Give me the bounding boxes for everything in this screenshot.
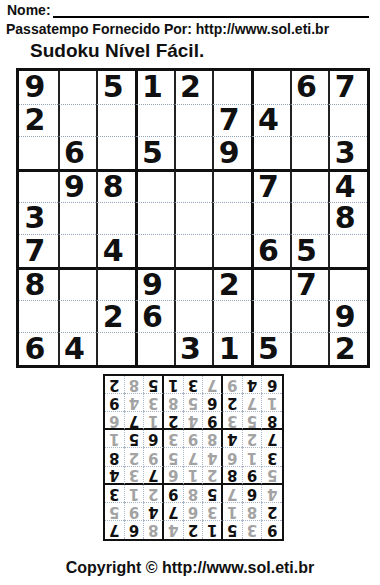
puzzle-cell-r9c3 (96, 332, 135, 365)
solution-cell-r6c1: 7 (262, 430, 282, 448)
solution-cell-r1c2: 3 (243, 521, 263, 539)
solution-cell-r7c9: 6 (105, 412, 125, 430)
provider-line: Passatempo Fornecido Por: http://www.sol… (6, 21, 329, 37)
puzzle-cell-r7c5 (174, 267, 213, 300)
solution-cell-r6c4: 8 (203, 430, 223, 448)
puzzle-cell-r4c5 (174, 169, 213, 202)
puzzle-cell-r8c1 (19, 300, 58, 333)
puzzle-cell-r8c6 (212, 300, 251, 333)
solution-cell-r2c8: 9 (125, 503, 145, 521)
solution-cell-r3c7: 2 (144, 485, 164, 503)
solution-cell-r9c3: 9 (223, 376, 243, 394)
puzzle-cell-r3c6: 9 (212, 136, 251, 169)
solution-cell-r7c6: 2 (164, 412, 184, 430)
solution-cell-r4c4: 2 (203, 467, 223, 485)
solution-cell-r6c5: 9 (184, 430, 204, 448)
solution-cell-r5c9: 8 (105, 448, 125, 466)
puzzle-cell-r3c9: 3 (328, 136, 367, 169)
solution-cell-r2c5: 6 (184, 503, 204, 521)
solution-cell-r2c2: 8 (243, 503, 263, 521)
solution-cell-r7c8: 7 (125, 412, 145, 430)
puzzle-cell-r3c1 (19, 136, 58, 169)
solution-cell-r1c1: 9 (262, 521, 282, 539)
name-fill-line (53, 2, 369, 18)
puzzle-cell-r4c8 (290, 169, 329, 202)
solution-cell-r5c3: 6 (223, 448, 243, 466)
puzzle-cell-r8c7 (251, 300, 290, 333)
puzzle-cell-r5c6 (212, 202, 251, 235)
page-title: Sudoku Nível Fácil. (30, 40, 204, 62)
puzzle-cell-r1c5: 2 (174, 71, 213, 104)
puzzle-cell-r5c2 (58, 202, 97, 235)
solution-cell-r2c7: 4 (144, 503, 164, 521)
solution-cell-r4c9: 4 (105, 467, 125, 485)
solution-cell-r5c7: 9 (144, 448, 164, 466)
puzzle-cell-r7c2 (58, 267, 97, 300)
solution-cell-r1c8: 6 (125, 521, 145, 539)
solution-cell-r2c1: 2 (262, 503, 282, 521)
solution-cell-r6c9: 1 (105, 430, 125, 448)
solution-cell-r8c9: 9 (105, 394, 125, 412)
puzzle-cell-r7c6: 2 (212, 267, 251, 300)
puzzle-cell-r8c2 (58, 300, 97, 333)
solution-cell-r6c6: 3 (164, 430, 184, 448)
solution-cell-r4c7: 7 (144, 467, 164, 485)
puzzle-cell-r5c4 (135, 202, 174, 235)
solution-cell-r3c1: 4 (262, 485, 282, 503)
solution-cell-r7c2: 5 (243, 412, 263, 430)
puzzle-cell-r4c6 (212, 169, 251, 202)
solution-cell-r3c9: 3 (105, 485, 125, 503)
solution-cell-r1c5: 2 (184, 521, 204, 539)
puzzle-cell-r8c9: 9 (328, 300, 367, 333)
solution-cell-r9c1: 6 (262, 376, 282, 394)
puzzle-cell-r1c3: 5 (96, 71, 135, 104)
solution-cell-r6c8: 5 (125, 430, 145, 448)
puzzle-cell-r7c1: 8 (19, 267, 58, 300)
sudoku-solution-grid-rotated: 9351248672813674954675892135982167343164… (103, 374, 284, 541)
puzzle-cell-r8c8 (290, 300, 329, 333)
puzzle-cell-r6c5 (174, 234, 213, 267)
solution-cell-r4c3: 8 (223, 467, 243, 485)
solution-cell-r6c3: 4 (223, 430, 243, 448)
puzzle-cell-r3c4: 5 (135, 136, 174, 169)
solution-cell-r8c1: 1 (262, 394, 282, 412)
puzzle-cell-r2c9 (328, 104, 367, 137)
puzzle-cell-r7c7 (251, 267, 290, 300)
puzzle-cell-r2c8 (290, 104, 329, 137)
puzzle-cell-r9c5: 3 (174, 332, 213, 365)
puzzle-cell-r2c7: 4 (251, 104, 290, 137)
puzzle-cell-r8c4: 6 (135, 300, 174, 333)
solution-cell-r2c3: 1 (223, 503, 243, 521)
solution-cell-r2c4: 3 (203, 503, 223, 521)
solution-cell-r7c3: 3 (223, 412, 243, 430)
solution-cell-r8c3: 2 (223, 394, 243, 412)
puzzle-cell-r6c2 (58, 234, 97, 267)
solution-cell-r8c2: 7 (243, 394, 263, 412)
solution-cell-r1c6: 4 (164, 521, 184, 539)
solution-cell-r9c9: 2 (105, 376, 125, 394)
solution-cell-r5c8: 2 (125, 448, 145, 466)
puzzle-cell-r6c4 (135, 234, 174, 267)
solution-cell-r4c2: 9 (243, 467, 263, 485)
puzzle-cell-r5c5 (174, 202, 213, 235)
puzzle-cell-r4c7: 7 (251, 169, 290, 202)
puzzle-cell-r7c9 (328, 267, 367, 300)
puzzle-cell-r2c3 (96, 104, 135, 137)
puzzle-cell-r3c8 (290, 136, 329, 169)
puzzle-cell-r1c8: 6 (290, 71, 329, 104)
solution-cell-r1c3: 5 (223, 521, 243, 539)
puzzle-cell-r5c9: 8 (328, 202, 367, 235)
solution-cell-r9c6: 1 (164, 376, 184, 394)
solution-cell-r7c5: 4 (184, 412, 204, 430)
solution-cell-r3c3: 7 (223, 485, 243, 503)
puzzle-cell-r7c4: 9 (135, 267, 174, 300)
puzzle-cell-r9c4 (135, 332, 174, 365)
solution-cell-r8c5: 5 (184, 394, 204, 412)
solution-cell-r9c7: 5 (144, 376, 164, 394)
puzzle-cell-r6c1: 7 (19, 234, 58, 267)
solution-cell-r8c7: 3 (144, 394, 164, 412)
puzzle-cell-r3c3 (96, 136, 135, 169)
puzzle-cell-r6c7: 6 (251, 234, 290, 267)
puzzle-cell-r6c8: 5 (290, 234, 329, 267)
solution-cell-r6c7: 6 (144, 430, 164, 448)
puzzle-cell-r1c2 (58, 71, 97, 104)
sudoku-puzzle-grid: 951267274659398743874658927269643152 (16, 68, 370, 368)
puzzle-cell-r1c7 (251, 71, 290, 104)
solution-cell-r9c8: 8 (125, 376, 145, 394)
solution-cell-r9c5: 3 (184, 376, 204, 394)
solution-cell-r7c7: 1 (144, 412, 164, 430)
solution-cell-r6c2: 2 (243, 430, 263, 448)
puzzle-cell-r4c4 (135, 169, 174, 202)
solution-cell-r3c5: 8 (184, 485, 204, 503)
solution-cell-r1c7: 8 (144, 521, 164, 539)
solution-cell-r9c2: 4 (243, 376, 263, 394)
name-label: Nome: (7, 2, 51, 18)
solution-cell-r8c4: 6 (203, 394, 223, 412)
puzzle-cell-r1c4: 1 (135, 71, 174, 104)
solution-cell-r7c1: 8 (262, 412, 282, 430)
puzzle-cell-r4c3: 8 (96, 169, 135, 202)
puzzle-cell-r4c2: 9 (58, 169, 97, 202)
puzzle-cell-r8c3: 2 (96, 300, 135, 333)
puzzle-cell-r2c4 (135, 104, 174, 137)
solution-cell-r4c1: 5 (262, 467, 282, 485)
puzzle-cell-r4c1 (19, 169, 58, 202)
puzzle-cell-r4c9: 4 (328, 169, 367, 202)
solution-cell-r4c5: 1 (184, 467, 204, 485)
puzzle-cell-r1c6 (212, 71, 251, 104)
name-row: Nome: (7, 2, 369, 18)
puzzle-cell-r6c6 (212, 234, 251, 267)
puzzle-cell-r7c3 (96, 267, 135, 300)
puzzle-cell-r8c5 (174, 300, 213, 333)
puzzle-cell-r5c8 (290, 202, 329, 235)
puzzle-cell-r3c7 (251, 136, 290, 169)
sudoku-worksheet-page: Nome: Passatempo Fornecido Por: http://w… (0, 0, 380, 585)
solution-cell-r3c2: 6 (243, 485, 263, 503)
puzzle-cell-r9c9: 2 (328, 332, 367, 365)
puzzle-cell-r3c2: 6 (58, 136, 97, 169)
puzzle-cell-r9c7: 5 (251, 332, 290, 365)
puzzle-cell-r9c6: 1 (212, 332, 251, 365)
solution-cell-r4c6: 6 (164, 467, 184, 485)
solution-cell-r8c6: 8 (164, 394, 184, 412)
solution-cell-r8c8: 4 (125, 394, 145, 412)
solution-cell-r5c1: 3 (262, 448, 282, 466)
solution-cell-r4c8: 3 (125, 467, 145, 485)
solution-cell-r3c4: 5 (203, 485, 223, 503)
puzzle-cell-r5c1: 3 (19, 202, 58, 235)
solution-cell-r5c4: 4 (203, 448, 223, 466)
solution-cell-r3c8: 1 (125, 485, 145, 503)
puzzle-cell-r3c5 (174, 136, 213, 169)
puzzle-cell-r9c1: 6 (19, 332, 58, 365)
puzzle-cell-r2c1: 2 (19, 104, 58, 137)
puzzle-cell-r9c8 (290, 332, 329, 365)
puzzle-cell-r2c6: 7 (212, 104, 251, 137)
solution-cell-r2c9: 5 (105, 503, 125, 521)
puzzle-cell-r5c3 (96, 202, 135, 235)
puzzle-cell-r7c8: 7 (290, 267, 329, 300)
solution-cell-r7c4: 9 (203, 412, 223, 430)
puzzle-cell-r1c9: 7 (328, 71, 367, 104)
solution-cell-r5c6: 5 (164, 448, 184, 466)
puzzle-cell-r2c5 (174, 104, 213, 137)
puzzle-cell-r2c2 (58, 104, 97, 137)
puzzle-cell-r6c9 (328, 234, 367, 267)
solution-cell-r2c6: 7 (164, 503, 184, 521)
solution-cell-r5c2: 1 (243, 448, 263, 466)
solution-cell-r1c4: 1 (203, 521, 223, 539)
puzzle-cell-r9c2: 4 (58, 332, 97, 365)
puzzle-cell-r5c7 (251, 202, 290, 235)
copyright-line: Copyright © http://www.sol.eti.br (0, 559, 380, 577)
puzzle-cell-r6c3: 4 (96, 234, 135, 267)
solution-cell-r3c6: 9 (164, 485, 184, 503)
puzzle-cell-r1c1: 9 (19, 71, 58, 104)
solution-cell-r1c9: 7 (105, 521, 125, 539)
solution-cell-r5c5: 7 (184, 448, 204, 466)
solution-cell-r9c4: 7 (203, 376, 223, 394)
